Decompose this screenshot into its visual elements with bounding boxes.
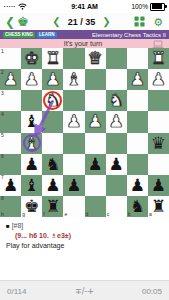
square-f3[interactable]: ♞ xyxy=(42,90,63,111)
square-a4[interactable] xyxy=(148,111,169,132)
rank-label: 6 xyxy=(1,154,4,159)
square-g8[interactable]: g♚ xyxy=(21,196,42,217)
square-e8[interactable]: e xyxy=(63,196,84,217)
square-h5[interactable]: 5 xyxy=(0,133,21,154)
square-g6[interactable]: ♟ xyxy=(21,154,42,175)
piece-wN: ♞ xyxy=(106,90,127,111)
square-b7[interactable]: ♟ xyxy=(127,175,148,196)
file-label: e xyxy=(64,212,67,217)
turn-message: It's your turn xyxy=(0,40,152,47)
square-b4[interactable] xyxy=(127,111,148,132)
piece-wP: ♟ xyxy=(85,111,106,132)
piece-bP: ♟ xyxy=(21,154,42,175)
puzzle-counter: ❮ 21 / 35 ❯ xyxy=(29,16,134,27)
chessking-app: ••••• 9:41 AM 100% ❮ ♚ ❮ 21 / 35 ❯ xyxy=(0,0,169,300)
piece-bP: ♟ xyxy=(148,175,169,196)
exercise-ref: [#8] xyxy=(12,222,24,229)
next-puzzle-button[interactable]: ❯ xyxy=(102,16,110,27)
square-c8[interactable]: c xyxy=(106,196,127,217)
carrier-signal: ••••• xyxy=(0,3,56,10)
square-b3[interactable] xyxy=(127,90,148,111)
square-g3[interactable] xyxy=(21,90,42,111)
square-b8[interactable]: b♞ xyxy=(127,196,148,217)
piece-wB: ♝ xyxy=(63,69,84,90)
square-h6[interactable]: 6 xyxy=(0,154,21,175)
square-c7[interactable] xyxy=(106,175,127,196)
square-g1[interactable]: ♚ xyxy=(21,48,42,69)
square-h2[interactable]: 2♟ xyxy=(0,69,21,90)
piece-wK: ♚ xyxy=(21,48,42,69)
piece-bB: ♝ xyxy=(21,175,42,196)
square-d2[interactable] xyxy=(85,69,106,90)
variation-line[interactable]: (9... h6 10. ♗e3±) xyxy=(15,231,169,240)
square-d5[interactable] xyxy=(85,133,106,154)
settings-gear-button[interactable]: ⚙ xyxy=(153,16,163,28)
piece-wP: ♟ xyxy=(42,69,63,90)
square-h4[interactable]: 4 xyxy=(0,111,21,132)
square-d4[interactable]: ♟ xyxy=(85,111,106,132)
square-h1[interactable]: 1 xyxy=(0,48,21,69)
file-label: a xyxy=(149,212,152,217)
file-label: b xyxy=(128,212,131,217)
piece-wP: ♟ xyxy=(106,111,127,132)
square-d6[interactable]: ♟ xyxy=(85,154,106,175)
wifi-icon xyxy=(18,3,27,10)
square-a7[interactable]: ♟ xyxy=(148,175,169,196)
square-c5[interactable] xyxy=(106,133,127,154)
piece-bP: ♟ xyxy=(127,175,148,196)
rank-label: 2 xyxy=(1,70,4,75)
square-b5[interactable] xyxy=(127,133,148,154)
square-e7[interactable]: ♟ xyxy=(63,175,84,196)
square-d1[interactable]: ♛ xyxy=(85,48,106,69)
square-e6[interactable] xyxy=(63,154,84,175)
battery-icon xyxy=(150,3,165,11)
square-b6[interactable] xyxy=(127,154,148,175)
rank-label: 7 xyxy=(1,175,4,180)
square-a2[interactable]: ♟ xyxy=(148,69,169,90)
piece-wR: ♜ xyxy=(148,48,169,69)
square-c4[interactable]: ♟ xyxy=(106,111,127,132)
square-h3[interactable]: 3 xyxy=(0,90,21,111)
file-label: h xyxy=(1,212,4,217)
square-e2[interactable]: ♝ xyxy=(63,69,84,90)
square-a8[interactable]: a♜ xyxy=(148,196,169,217)
timer-label: 00:05 xyxy=(112,287,169,296)
square-c2[interactable] xyxy=(106,69,127,90)
square-g7[interactable]: ♝ xyxy=(21,175,42,196)
square-f8[interactable]: f♜ xyxy=(42,196,63,217)
status-bar: ••••• 9:41 AM 100% xyxy=(0,0,169,13)
square-a3[interactable] xyxy=(148,90,169,111)
square-d7[interactable] xyxy=(85,175,106,196)
square-a6[interactable] xyxy=(148,154,169,175)
square-a1[interactable]: ♜ xyxy=(148,48,169,69)
rank-label: 3 xyxy=(1,91,4,96)
square-f6[interactable]: ♞ xyxy=(42,154,63,175)
square-e4[interactable]: ♟ xyxy=(63,111,84,132)
square-f7[interactable]: ♟ xyxy=(42,175,63,196)
learn-badge: LEARN xyxy=(37,32,57,38)
piece-wB: ♝ xyxy=(21,133,42,154)
puzzle-counter-label: 21 / 35 xyxy=(68,17,96,27)
square-g5[interactable]: ♝ xyxy=(21,133,42,154)
piece-bQ: ♛ xyxy=(148,133,169,154)
square-h7[interactable]: 7♟ xyxy=(0,175,21,196)
square-d8[interactable]: d xyxy=(85,196,106,217)
piece-wP: ♟ xyxy=(21,69,42,90)
square-e3[interactable] xyxy=(63,90,84,111)
notation-panel: ■[#8] (9... h6 10. ♗e3±) Play for advant… xyxy=(0,217,169,280)
square-b2[interactable]: ♟ xyxy=(127,69,148,90)
piece-wP: ♟ xyxy=(148,69,169,90)
square-d3[interactable] xyxy=(85,90,106,111)
back-button[interactable]: ❮ xyxy=(0,15,17,29)
signal-dots-icon: ••••• xyxy=(4,4,16,9)
square-e1[interactable] xyxy=(63,48,84,69)
piece-bP: ♟ xyxy=(63,175,84,196)
score-counter: 0/114 xyxy=(0,287,57,296)
clock-time: 9:41 AM xyxy=(56,3,113,10)
rank-label: 1 xyxy=(1,49,4,54)
square-a5[interactable]: ♛ xyxy=(148,133,169,154)
piece-bN: ♞ xyxy=(42,154,63,175)
piece-bP: ♟ xyxy=(85,154,106,175)
course-title: Elementary Chess Tactics II xyxy=(59,32,166,38)
piece-bR: ♜ xyxy=(42,196,63,217)
puzzle-grid-button[interactable] xyxy=(134,16,145,27)
piece-bP: ♟ xyxy=(106,154,127,175)
file-label: d xyxy=(86,212,89,217)
square-c3[interactable]: ♞ xyxy=(106,90,127,111)
square-e5[interactable] xyxy=(63,133,84,154)
navigation-bar: ❮ ♚ ❮ 21 / 35 ❯ ⚙ xyxy=(0,13,169,31)
square-g4[interactable]: ♝ xyxy=(21,111,42,132)
file-label: f xyxy=(43,212,44,217)
chess-board[interactable]: 1♚♜♛♜2♟♟♟♝♟♟3♞♞4♝♟♟♟5♝♛6♟♞♟♟7♟♝♟♟♟♟8hg♚f… xyxy=(0,48,169,217)
piece-wN: ♞ xyxy=(42,90,63,111)
square-f5[interactable] xyxy=(42,133,63,154)
chessking-badge: CHESS KING xyxy=(3,32,35,38)
battery-percent: 100% xyxy=(131,3,148,10)
square-f2[interactable]: ♟ xyxy=(42,69,63,90)
previous-puzzle-button[interactable]: ❮ xyxy=(52,16,60,27)
task-instruction: Play for advantage xyxy=(6,241,169,250)
bottom-status-bar: 0/114 ∓/-+ 00:05 xyxy=(0,280,169,300)
square-c1[interactable] xyxy=(106,48,127,69)
file-label: c xyxy=(107,212,110,217)
chessking-logo-icon[interactable]: ♚ xyxy=(17,14,29,29)
file-label: g xyxy=(22,212,25,217)
brand-bar: CHESS KING LEARN Elementary Chess Tactic… xyxy=(0,30,169,39)
square-b1[interactable] xyxy=(127,48,148,69)
evaluation-label: ∓/-+ xyxy=(57,287,112,296)
piece-wQ: ♛ xyxy=(85,48,106,69)
square-g2[interactable]: ♟ xyxy=(21,69,42,90)
rank-label: 4 xyxy=(1,112,4,117)
rank-label: 5 xyxy=(1,133,4,138)
piece-wP: ♟ xyxy=(127,69,148,90)
square-c6[interactable]: ♟ xyxy=(106,154,127,175)
piece-bP: ♟ xyxy=(42,175,63,196)
square-h8[interactable]: 8h xyxy=(0,196,21,217)
piece-wR: ♜ xyxy=(42,48,63,69)
piece-wP: ♟ xyxy=(63,111,84,132)
square-f1[interactable]: ♜ xyxy=(42,48,63,69)
rank-label: 8 xyxy=(1,196,4,201)
move-bullet-icon: ■ xyxy=(6,223,10,229)
square-f4[interactable] xyxy=(42,111,63,132)
piece-bB: ♝ xyxy=(21,111,42,132)
